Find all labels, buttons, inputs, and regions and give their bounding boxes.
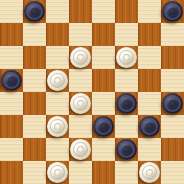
white-man-c5[interactable] xyxy=(47,70,68,91)
square-h2[interactable] xyxy=(161,138,184,161)
black-man-g3[interactable] xyxy=(139,116,160,137)
square-a6 xyxy=(0,46,23,69)
square-f5 xyxy=(115,69,138,92)
square-c7[interactable] xyxy=(46,23,69,46)
square-b3 xyxy=(23,115,46,138)
black-man-h8[interactable] xyxy=(162,1,183,22)
square-f6[interactable] xyxy=(115,46,138,69)
square-f2[interactable] xyxy=(115,138,138,161)
square-d8[interactable] xyxy=(69,0,92,23)
square-b8[interactable] xyxy=(23,0,46,23)
white-man-d6[interactable] xyxy=(70,47,91,68)
square-e4 xyxy=(92,92,115,115)
square-g8 xyxy=(138,0,161,23)
square-h6[interactable] xyxy=(161,46,184,69)
square-f3 xyxy=(115,115,138,138)
square-d7 xyxy=(69,23,92,46)
square-a8 xyxy=(0,0,23,23)
square-g5[interactable] xyxy=(138,69,161,92)
square-e2 xyxy=(92,138,115,161)
square-g3[interactable] xyxy=(138,115,161,138)
square-f1 xyxy=(115,161,138,184)
square-h1 xyxy=(161,161,184,184)
square-f4[interactable] xyxy=(115,92,138,115)
square-c8 xyxy=(46,0,69,23)
square-a5[interactable] xyxy=(0,69,23,92)
square-b1 xyxy=(23,161,46,184)
square-b7 xyxy=(23,23,46,46)
square-g1[interactable] xyxy=(138,161,161,184)
square-d4[interactable] xyxy=(69,92,92,115)
square-g7[interactable] xyxy=(138,23,161,46)
square-e1[interactable] xyxy=(92,161,115,184)
square-c5[interactable] xyxy=(46,69,69,92)
square-a1[interactable] xyxy=(0,161,23,184)
square-g4 xyxy=(138,92,161,115)
square-b5 xyxy=(23,69,46,92)
square-a7[interactable] xyxy=(0,23,23,46)
square-g2 xyxy=(138,138,161,161)
square-d6[interactable] xyxy=(69,46,92,69)
checkers-board xyxy=(0,0,184,184)
black-man-f2[interactable] xyxy=(116,139,137,160)
square-e3[interactable] xyxy=(92,115,115,138)
white-man-c3[interactable] xyxy=(47,116,68,137)
square-h7 xyxy=(161,23,184,46)
square-e8 xyxy=(92,0,115,23)
square-d2[interactable] xyxy=(69,138,92,161)
white-man-g1[interactable] xyxy=(139,162,160,183)
square-f8[interactable] xyxy=(115,0,138,23)
square-b2[interactable] xyxy=(23,138,46,161)
square-b4[interactable] xyxy=(23,92,46,115)
square-a4 xyxy=(0,92,23,115)
square-h5 xyxy=(161,69,184,92)
white-man-d4[interactable] xyxy=(70,93,91,114)
square-d5 xyxy=(69,69,92,92)
square-c1[interactable] xyxy=(46,161,69,184)
square-d3 xyxy=(69,115,92,138)
square-d1 xyxy=(69,161,92,184)
white-man-c1[interactable] xyxy=(47,162,68,183)
square-e5[interactable] xyxy=(92,69,115,92)
square-h4[interactable] xyxy=(161,92,184,115)
black-man-b8[interactable] xyxy=(24,1,45,22)
black-man-e3[interactable] xyxy=(93,116,114,137)
square-b6[interactable] xyxy=(23,46,46,69)
black-man-a5[interactable] xyxy=(1,70,22,91)
black-man-f4[interactable] xyxy=(116,93,137,114)
square-e6 xyxy=(92,46,115,69)
square-f7 xyxy=(115,23,138,46)
square-c2 xyxy=(46,138,69,161)
square-h3 xyxy=(161,115,184,138)
square-c3[interactable] xyxy=(46,115,69,138)
square-g6 xyxy=(138,46,161,69)
square-c4 xyxy=(46,92,69,115)
square-a3[interactable] xyxy=(0,115,23,138)
square-h8[interactable] xyxy=(161,0,184,23)
square-a2 xyxy=(0,138,23,161)
square-c6 xyxy=(46,46,69,69)
black-man-h4[interactable] xyxy=(162,93,183,114)
white-man-d2[interactable] xyxy=(70,139,91,160)
white-man-f6[interactable] xyxy=(116,47,137,68)
square-e7[interactable] xyxy=(92,23,115,46)
